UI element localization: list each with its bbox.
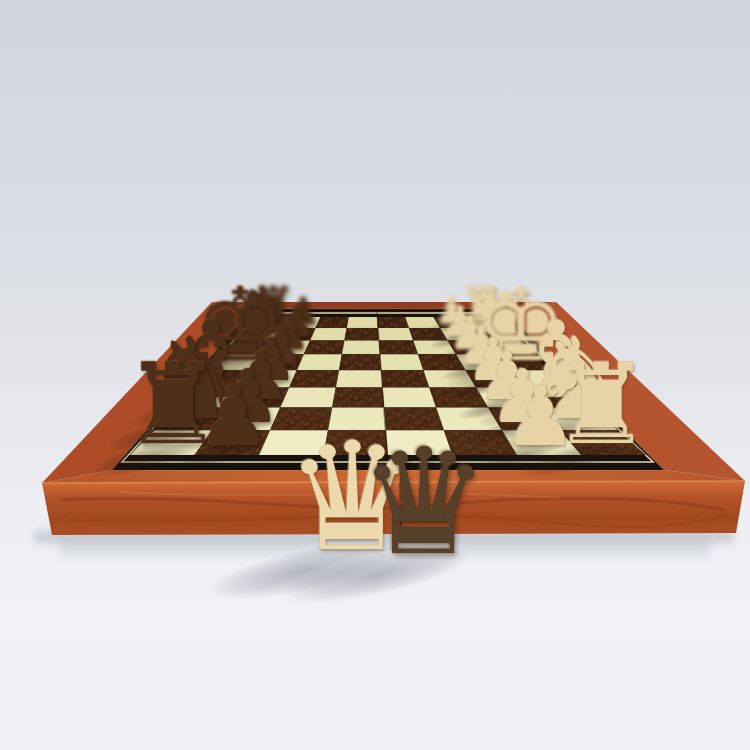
square-burl-e5	[339, 354, 381, 370]
square-burl-h6	[316, 317, 349, 328]
square-burl-h4	[377, 317, 409, 328]
piece-black-queen-offboard[interactable]: ♛	[358, 429, 490, 576]
chess-set-photo: ♜♟♜♟♞♟♞♟♝♟♝♟♚♟♚♟♟♟♝♟♝♟♞♟♞♟♜♟♜♟♛♛	[0, 0, 750, 750]
square-f5[interactable]	[342, 340, 380, 354]
square-c4[interactable]	[383, 387, 437, 407]
pawn-glyph: ♟	[197, 375, 272, 458]
rook-glyph: ♜	[551, 349, 651, 461]
queen-glyph: ♛	[358, 429, 490, 576]
square-burl-d4	[381, 370, 429, 387]
square-h5[interactable]	[347, 317, 378, 328]
square-e4[interactable]	[380, 354, 423, 370]
piece-black-pawn-a7[interactable]: ♟	[197, 375, 272, 458]
square-d5[interactable]	[336, 370, 383, 387]
piece-white-rook-a1[interactable]: ♜	[551, 349, 651, 461]
square-g4[interactable]	[378, 328, 413, 340]
square-burl-g5	[344, 328, 378, 340]
square-burl-f4	[379, 340, 418, 354]
square-burl-c5	[332, 387, 384, 407]
